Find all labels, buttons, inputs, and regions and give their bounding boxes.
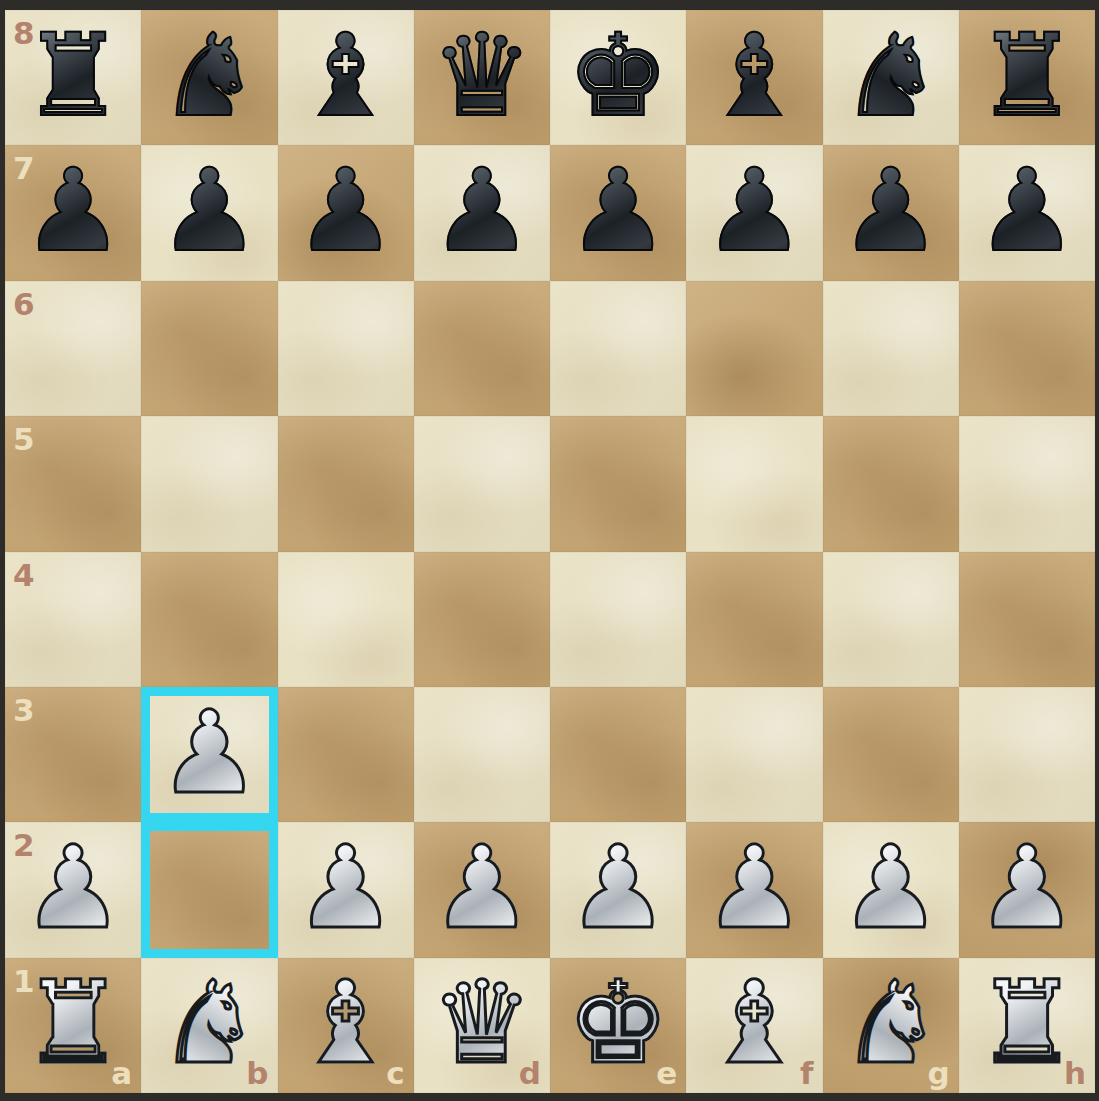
piece-white-pawn[interactable]: ♟ [703,831,805,945]
square-f5[interactable] [686,416,822,551]
square-f2[interactable]: ♟ [686,822,822,957]
square-b1[interactable]: b♞ [141,958,277,1093]
square-h3[interactable] [959,687,1095,822]
rank-label-5: 5 [13,421,35,457]
piece-black-pawn[interactable]: ♟ [840,154,942,268]
board: 8♜♞♝♛♚♝♞♜7♟♟♟♟♟♟♟♟6543♟2♟♟♟♟♟♟♟1a♜b♞c♝d♛… [5,10,1095,1093]
piece-black-pawn[interactable]: ♟ [976,154,1078,268]
square-d6[interactable] [414,281,550,416]
square-d5[interactable] [414,416,550,551]
square-g1[interactable]: g♞ [823,958,959,1093]
piece-white-queen[interactable]: ♛ [431,966,533,1080]
square-f6[interactable] [686,281,822,416]
piece-black-bishop[interactable]: ♝ [703,19,805,133]
square-b7[interactable]: ♟ [141,145,277,280]
square-c5[interactable] [278,416,414,551]
piece-black-rook[interactable]: ♜ [976,19,1078,133]
square-f1[interactable]: f♝ [686,958,822,1093]
square-e6[interactable] [550,281,686,416]
square-d4[interactable] [414,552,550,687]
square-e3[interactable] [550,687,686,822]
piece-white-king[interactable]: ♚ [567,966,669,1080]
square-e8[interactable]: ♚ [550,10,686,145]
piece-white-bishop[interactable]: ♝ [295,966,397,1080]
piece-black-pawn[interactable]: ♟ [295,154,397,268]
square-c7[interactable]: ♟ [278,145,414,280]
square-f8[interactable]: ♝ [686,10,822,145]
square-e2[interactable]: ♟ [550,822,686,957]
piece-white-pawn[interactable]: ♟ [431,831,533,945]
square-a3[interactable]: 3 [5,687,141,822]
square-g5[interactable] [823,416,959,551]
square-d7[interactable]: ♟ [414,145,550,280]
chess-board-frame: 8♜♞♝♛♚♝♞♜7♟♟♟♟♟♟♟♟6543♟2♟♟♟♟♟♟♟1a♜b♞c♝d♛… [0,0,1099,1101]
piece-white-pawn[interactable]: ♟ [567,831,669,945]
square-f3[interactable] [686,687,822,822]
square-e7[interactable]: ♟ [550,145,686,280]
square-g7[interactable]: ♟ [823,145,959,280]
piece-white-pawn[interactable]: ♟ [976,831,1078,945]
piece-black-pawn[interactable]: ♟ [158,154,260,268]
square-a2[interactable]: 2♟ [5,822,141,957]
square-b8[interactable]: ♞ [141,10,277,145]
piece-white-pawn[interactable]: ♟ [158,696,260,810]
piece-black-bishop[interactable]: ♝ [295,19,397,133]
square-b6[interactable] [141,281,277,416]
square-d3[interactable] [414,687,550,822]
square-c2[interactable]: ♟ [278,822,414,957]
square-a7[interactable]: 7♟ [5,145,141,280]
piece-white-rook[interactable]: ♜ [22,966,124,1080]
square-f4[interactable] [686,552,822,687]
square-d2[interactable]: ♟ [414,822,550,957]
square-h6[interactable] [959,281,1095,416]
square-b2[interactable] [141,822,277,957]
square-b4[interactable] [141,552,277,687]
square-a8[interactable]: 8♜ [5,10,141,145]
square-d1[interactable]: d♛ [414,958,550,1093]
square-a5[interactable]: 5 [5,416,141,551]
piece-black-king[interactable]: ♚ [567,19,669,133]
square-e5[interactable] [550,416,686,551]
square-c4[interactable] [278,552,414,687]
piece-black-queen[interactable]: ♛ [431,19,533,133]
piece-white-pawn[interactable]: ♟ [22,831,124,945]
piece-white-bishop[interactable]: ♝ [703,966,805,1080]
square-c3[interactable] [278,687,414,822]
square-g2[interactable]: ♟ [823,822,959,957]
square-c8[interactable]: ♝ [278,10,414,145]
square-a6[interactable]: 6 [5,281,141,416]
square-h2[interactable]: ♟ [959,822,1095,957]
piece-black-pawn[interactable]: ♟ [431,154,533,268]
square-h4[interactable] [959,552,1095,687]
piece-white-pawn[interactable]: ♟ [295,831,397,945]
square-h1[interactable]: h♜ [959,958,1095,1093]
piece-black-pawn[interactable]: ♟ [22,154,124,268]
square-h5[interactable] [959,416,1095,551]
rank-label-3: 3 [13,692,35,728]
square-b5[interactable] [141,416,277,551]
square-g3[interactable] [823,687,959,822]
piece-black-rook[interactable]: ♜ [22,19,124,133]
square-c1[interactable]: c♝ [278,958,414,1093]
square-c6[interactable] [278,281,414,416]
square-b3[interactable]: ♟ [141,687,277,822]
square-g4[interactable] [823,552,959,687]
piece-black-pawn[interactable]: ♟ [567,154,669,268]
piece-white-pawn[interactable]: ♟ [840,831,942,945]
square-a1[interactable]: 1a♜ [5,958,141,1093]
square-f7[interactable]: ♟ [686,145,822,280]
square-e1[interactable]: e♚ [550,958,686,1093]
piece-black-knight[interactable]: ♞ [158,19,260,133]
rank-label-6: 6 [13,286,35,322]
piece-white-knight[interactable]: ♞ [158,966,260,1080]
square-h8[interactable]: ♜ [959,10,1095,145]
piece-white-rook[interactable]: ♜ [976,966,1078,1080]
square-g6[interactable] [823,281,959,416]
square-e4[interactable] [550,552,686,687]
rank-label-4: 4 [13,557,35,593]
square-h7[interactable]: ♟ [959,145,1095,280]
piece-black-pawn[interactable]: ♟ [703,154,805,268]
square-a4[interactable]: 4 [5,552,141,687]
piece-white-knight[interactable]: ♞ [840,966,942,1080]
square-g8[interactable]: ♞ [823,10,959,145]
square-d8[interactable]: ♛ [414,10,550,145]
piece-black-knight[interactable]: ♞ [840,19,942,133]
